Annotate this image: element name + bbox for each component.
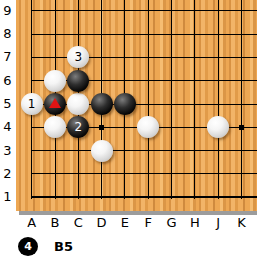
- row-label-1: 1: [0, 189, 15, 205]
- row-label-6: 6: [0, 73, 15, 89]
- col-label-G: G: [162, 215, 182, 231]
- go-diagram: 987654321ABCDEFGHJK 132 4 B5: [0, 0, 257, 273]
- caption-move-stone: 4: [18, 237, 38, 256]
- col-label-B: B: [45, 215, 65, 231]
- grid-line-v-K: [241, 0, 242, 199]
- stone-number: 1: [28, 98, 36, 110]
- col-label-J: J: [208, 215, 228, 231]
- row-label-5: 5: [0, 96, 15, 112]
- caption-location: B5: [54, 238, 73, 255]
- grid-line-v-F: [148, 0, 149, 199]
- stone-black-B5[interactable]: [44, 93, 66, 115]
- col-label-E: E: [115, 215, 135, 231]
- stone-white-D3[interactable]: [91, 140, 113, 162]
- star-point-D4: [99, 125, 104, 130]
- stone-black-C6[interactable]: [67, 70, 89, 92]
- grid-line-h-9: [31, 10, 257, 11]
- grid-line-h-8: [31, 34, 257, 35]
- grid-line-v-G: [171, 0, 172, 199]
- grid-line-h-3: [31, 150, 257, 151]
- col-label-A: A: [22, 215, 42, 231]
- stone-black-D5[interactable]: [91, 93, 113, 115]
- grid-line-h-1: [31, 196, 257, 198]
- col-label-H: H: [185, 215, 205, 231]
- triangle-mark: [49, 98, 61, 108]
- col-label-D: D: [92, 215, 112, 231]
- col-label-F: F: [138, 215, 158, 231]
- row-label-3: 3: [0, 143, 15, 159]
- row-label-8: 8: [0, 26, 15, 42]
- grid-line-h-2: [31, 173, 257, 174]
- caption-move-number: 4: [24, 241, 32, 252]
- stone-number: 3: [74, 51, 82, 63]
- col-label-K: K: [231, 215, 251, 231]
- stone-white-B6[interactable]: [44, 70, 66, 92]
- grid-line-v-J: [218, 0, 219, 199]
- grid-line-v-H: [194, 0, 195, 199]
- row-label-7: 7: [0, 49, 15, 65]
- row-label-9: 9: [0, 3, 15, 19]
- stone-white-A5[interactable]: 1: [21, 93, 43, 115]
- star-point-K4: [239, 125, 244, 130]
- grid-line-h-7: [31, 57, 257, 58]
- caption: 4 B5: [0, 233, 257, 263]
- col-label-C: C: [68, 215, 88, 231]
- stone-number: 2: [74, 121, 82, 133]
- stone-black-E5[interactable]: [114, 93, 136, 115]
- row-label-4: 4: [0, 119, 15, 135]
- row-label-2: 2: [0, 166, 15, 182]
